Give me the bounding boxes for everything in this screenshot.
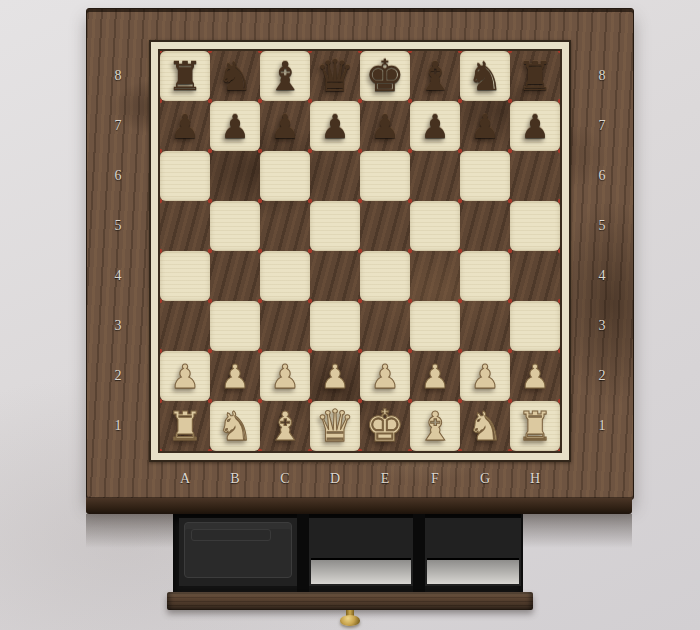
square-h7: ♟	[510, 101, 560, 151]
square-d1: ♛	[310, 401, 360, 451]
white-bishop-piece: ♝	[417, 406, 453, 446]
square-a1: ♜	[160, 401, 210, 451]
square-g7: ♟	[460, 101, 510, 151]
square-c4	[260, 251, 310, 301]
black-pawn-piece: ♟	[220, 110, 250, 143]
square-e7: ♟	[360, 101, 410, 151]
square-g8: ♞	[460, 51, 510, 101]
square-a2: ♟	[160, 351, 210, 401]
black-pawn-piece: ♟	[370, 110, 400, 143]
white-pawn-piece: ♟	[220, 360, 250, 393]
file-g-label: G	[460, 465, 510, 493]
drawer-knob	[340, 610, 360, 626]
square-e8: ♚	[360, 51, 410, 101]
rank-6-label: 6	[571, 151, 633, 201]
square-g5	[460, 201, 510, 251]
black-bishop-piece: ♝	[267, 56, 303, 96]
square-f1: ♝	[410, 401, 460, 451]
drawer-divider	[413, 514, 425, 592]
white-pawn-piece: ♟	[270, 360, 300, 393]
white-pawn-piece: ♟	[470, 360, 500, 393]
board-squares: ♜♞♝♛♚♝♞♜♟♟♟♟♟♟♟♟♟♟♟♟♟♟♟♟♜♞♝♛♚♝♞♜	[158, 49, 562, 453]
black-knight-piece: ♞	[467, 56, 503, 96]
square-f4	[410, 251, 460, 301]
square-h2: ♟	[510, 351, 560, 401]
square-f7: ♟	[410, 101, 460, 151]
drawer-compartment-middle	[309, 518, 413, 586]
square-h3	[510, 301, 560, 351]
square-g4	[460, 251, 510, 301]
board-bottom-molding	[86, 498, 632, 514]
white-bishop-piece: ♝	[267, 406, 303, 446]
drawer-divider	[297, 514, 309, 592]
square-d3	[310, 301, 360, 351]
square-a8: ♜	[160, 51, 210, 101]
square-e5	[360, 201, 410, 251]
black-knight-piece: ♞	[217, 56, 253, 96]
rank-5-label: 5	[87, 201, 149, 251]
square-g6	[460, 151, 510, 201]
rank-4-label: 4	[87, 251, 149, 301]
rank-8-label: 8	[87, 51, 149, 101]
rank-3-label: 3	[571, 301, 633, 351]
drawer-compartment-left	[179, 518, 297, 586]
black-pawn-piece: ♟	[270, 110, 300, 143]
square-f8: ♝	[410, 51, 460, 101]
square-e4	[360, 251, 410, 301]
file-e-label: E	[360, 465, 410, 493]
rank-5-label: 5	[571, 201, 633, 251]
square-e3	[360, 301, 410, 351]
chess-board-frame: 87654321 87654321 ABCDEFGH ♜♞♝♛♚♝♞♜♟♟♟♟♟…	[86, 8, 634, 500]
square-g3	[460, 301, 510, 351]
rank-2-label: 2	[571, 351, 633, 401]
black-rook-piece: ♜	[517, 56, 553, 96]
storage-drawer	[173, 514, 523, 592]
white-knight-piece: ♞	[467, 406, 503, 446]
square-f5	[410, 201, 460, 251]
white-rook-piece: ♜	[517, 406, 553, 446]
square-h6	[510, 151, 560, 201]
square-e1: ♚	[360, 401, 410, 451]
square-c7: ♟	[260, 101, 310, 151]
square-h8: ♜	[510, 51, 560, 101]
white-pawn-piece: ♟	[370, 360, 400, 393]
square-c6	[260, 151, 310, 201]
square-g1: ♞	[460, 401, 510, 451]
file-a-label: A	[160, 465, 210, 493]
compartment-glare	[311, 558, 411, 584]
compartment-lid	[184, 522, 292, 578]
square-d2: ♟	[310, 351, 360, 401]
rank-3-label: 3	[87, 301, 149, 351]
square-b7: ♟	[210, 101, 260, 151]
square-f2: ♟	[410, 351, 460, 401]
black-pawn-piece: ♟	[170, 110, 200, 143]
square-h1: ♜	[510, 401, 560, 451]
black-pawn-piece: ♟	[320, 110, 350, 143]
black-queen-piece: ♛	[315, 54, 354, 98]
square-d4	[310, 251, 360, 301]
file-b-label: B	[210, 465, 260, 493]
rank-labels-right: 87654321	[571, 51, 633, 451]
black-pawn-piece: ♟	[470, 110, 500, 143]
black-pawn-piece: ♟	[520, 110, 550, 143]
square-b4	[210, 251, 260, 301]
file-c-label: C	[260, 465, 310, 493]
white-queen-piece: ♛	[315, 404, 354, 448]
rank-1-label: 1	[87, 401, 149, 451]
white-king-piece: ♚	[365, 404, 404, 448]
square-f3	[410, 301, 460, 351]
square-b5	[210, 201, 260, 251]
square-c2: ♟	[260, 351, 310, 401]
rank-7-label: 7	[571, 101, 633, 151]
rank-4-label: 4	[571, 251, 633, 301]
square-c5	[260, 201, 310, 251]
square-h5	[510, 201, 560, 251]
square-e6	[360, 151, 410, 201]
white-pawn-piece: ♟	[520, 360, 550, 393]
square-c3	[260, 301, 310, 351]
white-pawn-piece: ♟	[320, 360, 350, 393]
rank-labels-left: 87654321	[87, 51, 149, 451]
square-d8: ♛	[310, 51, 360, 101]
square-b6	[210, 151, 260, 201]
rank-2-label: 2	[87, 351, 149, 401]
square-e2: ♟	[360, 351, 410, 401]
file-f-label: F	[410, 465, 460, 493]
drawer-end-wall	[521, 514, 523, 592]
white-knight-piece: ♞	[217, 406, 253, 446]
black-bishop-piece: ♝	[417, 56, 453, 96]
black-rook-piece: ♜	[167, 56, 203, 96]
rank-8-label: 8	[571, 51, 633, 101]
file-labels-bottom: ABCDEFGH	[160, 465, 560, 493]
board-inlay-border: ♜♞♝♛♚♝♞♜♟♟♟♟♟♟♟♟♟♟♟♟♟♟♟♟♜♞♝♛♚♝♞♜	[149, 40, 571, 462]
square-b8: ♞	[210, 51, 260, 101]
white-rook-piece: ♜	[167, 406, 203, 446]
square-d7: ♟	[310, 101, 360, 151]
compartment-glare	[427, 558, 519, 584]
white-pawn-piece: ♟	[170, 360, 200, 393]
rank-1-label: 1	[571, 401, 633, 451]
square-c8: ♝	[260, 51, 310, 101]
square-a6	[160, 151, 210, 201]
square-f6	[410, 151, 460, 201]
file-d-label: D	[310, 465, 360, 493]
square-a3	[160, 301, 210, 351]
drawer-compartment-right	[425, 518, 521, 586]
white-pawn-piece: ♟	[420, 360, 450, 393]
square-b3	[210, 301, 260, 351]
square-b1: ♞	[210, 401, 260, 451]
chess-box-photo: 87654321 87654321 ABCDEFGH ♜♞♝♛♚♝♞♜♟♟♟♟♟…	[0, 0, 700, 630]
drawer-front-rail	[167, 592, 533, 610]
file-h-label: H	[510, 465, 560, 493]
rank-7-label: 7	[87, 101, 149, 151]
square-a7: ♟	[160, 101, 210, 151]
rank-6-label: 6	[87, 151, 149, 201]
black-pawn-piece: ♟	[420, 110, 450, 143]
square-a4	[160, 251, 210, 301]
square-d5	[310, 201, 360, 251]
black-king-piece: ♚	[365, 54, 404, 98]
square-h4	[510, 251, 560, 301]
square-a5	[160, 201, 210, 251]
square-c1: ♝	[260, 401, 310, 451]
knob-base	[340, 615, 360, 626]
square-g2: ♟	[460, 351, 510, 401]
square-b2: ♟	[210, 351, 260, 401]
square-d6	[310, 151, 360, 201]
